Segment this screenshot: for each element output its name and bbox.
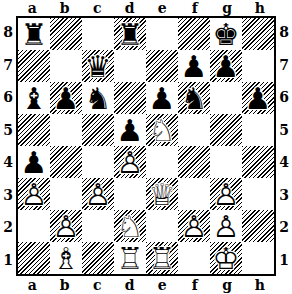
piece-black-pawn: ♟♟ (114, 114, 146, 146)
square-e5[interactable]: ♞♘ (146, 114, 178, 146)
piece-glyph: ♙ (178, 210, 210, 242)
square-f8[interactable] (178, 18, 210, 50)
piece-glyph: ♗ (50, 242, 82, 274)
piece-white-knight: ♞♘ (146, 114, 178, 146)
rank-label-4: 4 (0, 146, 16, 179)
square-h5[interactable] (242, 114, 274, 146)
square-g6[interactable] (210, 82, 242, 114)
piece-white-pawn: ♟♙ (210, 210, 242, 242)
rank-label-4: 4 (276, 146, 292, 179)
square-b1[interactable]: ♝♗ (50, 242, 82, 274)
piece-glyph: ♙ (210, 178, 242, 210)
piece-white-pawn: ♟♙ (114, 146, 146, 178)
piece-black-knight: ♞♞ (178, 82, 210, 114)
piece-glyph: ♜ (114, 18, 146, 50)
piece-glyph: ♘ (146, 114, 178, 146)
piece-glyph: ♜ (18, 18, 50, 50)
piece-white-king: ♚♔ (210, 242, 242, 274)
piece-glyph: ♟ (50, 82, 82, 114)
square-b3[interactable] (50, 178, 82, 210)
file-label-e: e (146, 0, 179, 16)
square-c6[interactable]: ♞♞ (82, 82, 114, 114)
rank-label-5: 5 (276, 114, 292, 147)
piece-black-king: ♚♚ (210, 18, 242, 50)
piece-white-queen: ♛♕ (146, 178, 178, 210)
square-g3[interactable]: ♟♙ (210, 178, 242, 210)
square-f4[interactable] (178, 146, 210, 178)
piece-glyph: ♔ (210, 242, 242, 274)
piece-glyph: ♖ (114, 242, 146, 274)
file-label-d: d (114, 277, 147, 294)
square-b5[interactable] (50, 114, 82, 146)
square-b6[interactable]: ♟♟ (50, 82, 82, 114)
square-a4[interactable]: ♟♟ (18, 146, 50, 178)
piece-glyph: ♟ (18, 146, 50, 178)
rank-label-8: 8 (276, 16, 292, 49)
piece-glyph: ♙ (114, 146, 146, 178)
file-label-f: f (179, 277, 212, 294)
file-label-e: e (146, 277, 179, 294)
square-e1[interactable]: ♜♖ (146, 242, 178, 274)
square-g5[interactable] (210, 114, 242, 146)
square-f1[interactable] (178, 242, 210, 274)
rank-label-1: 1 (276, 244, 292, 277)
square-c3[interactable]: ♟♙ (82, 178, 114, 210)
square-e8[interactable] (146, 18, 178, 50)
file-label-b: b (49, 0, 82, 16)
piece-white-pawn: ♟♙ (210, 178, 242, 210)
piece-glyph: ♟ (210, 50, 242, 82)
square-g1[interactable]: ♚♔ (210, 242, 242, 274)
piece-glyph: ♙ (18, 178, 50, 210)
square-g4[interactable] (210, 146, 242, 178)
square-d6[interactable] (114, 82, 146, 114)
square-c4[interactable] (82, 146, 114, 178)
square-c8[interactable] (82, 18, 114, 50)
square-a6[interactable]: ♝♝ (18, 82, 50, 114)
file-label-a: a (16, 277, 49, 294)
file-label-b: b (49, 277, 82, 294)
piece-white-bishop: ♝♗ (50, 242, 82, 274)
square-d8[interactable]: ♜♜ (114, 18, 146, 50)
file-label-g: g (211, 0, 244, 16)
rank-label-7: 7 (0, 49, 16, 82)
square-e3[interactable]: ♛♕ (146, 178, 178, 210)
square-h1[interactable] (242, 242, 274, 274)
piece-white-pawn: ♟♙ (82, 178, 114, 210)
piece-glyph: ♟ (178, 50, 210, 82)
piece-glyph: ♙ (210, 210, 242, 242)
square-a5[interactable] (18, 114, 50, 146)
square-g2[interactable]: ♟♙ (210, 210, 242, 242)
rank-label-6: 6 (276, 81, 292, 114)
rank-label-3: 3 (0, 179, 16, 212)
rank-label-6: 6 (0, 81, 16, 114)
piece-black-bishop: ♝♝ (18, 82, 50, 114)
square-d3[interactable] (114, 178, 146, 210)
square-a8[interactable]: ♜♜ (18, 18, 50, 50)
piece-glyph: ♝ (18, 82, 50, 114)
file-label-g: g (211, 277, 244, 294)
square-c5[interactable] (82, 114, 114, 146)
file-label-f: f (179, 0, 212, 16)
file-label-a: a (16, 0, 49, 16)
piece-black-pawn: ♟♟ (178, 50, 210, 82)
square-a3[interactable]: ♟♙ (18, 178, 50, 210)
file-labels-bottom: abcdefgh (16, 277, 276, 294)
square-b8[interactable] (50, 18, 82, 50)
piece-glyph: ♞ (178, 82, 210, 114)
square-f2[interactable]: ♟♙ (178, 210, 210, 242)
square-a1[interactable] (18, 242, 50, 274)
square-e2[interactable] (146, 210, 178, 242)
piece-white-pawn: ♟♙ (18, 178, 50, 210)
square-a7[interactable] (18, 50, 50, 82)
piece-glyph: ♘ (114, 210, 146, 242)
file-label-h: h (244, 277, 277, 294)
square-d1[interactable]: ♜♖ (114, 242, 146, 274)
piece-white-knight: ♞♘ (114, 210, 146, 242)
file-label-h: h (244, 0, 277, 16)
square-d7[interactable] (114, 50, 146, 82)
piece-glyph: ♖ (146, 242, 178, 274)
square-b4[interactable] (50, 146, 82, 178)
piece-glyph: ♟ (242, 82, 274, 114)
square-h8[interactable] (242, 18, 274, 50)
square-h4[interactable] (242, 146, 274, 178)
square-g7[interactable]: ♟♟ (210, 50, 242, 82)
square-f7[interactable]: ♟♟ (178, 50, 210, 82)
square-d4[interactable]: ♟♙ (114, 146, 146, 178)
square-f5[interactable] (178, 114, 210, 146)
square-e7[interactable] (146, 50, 178, 82)
piece-black-pawn: ♟♟ (50, 82, 82, 114)
square-f3[interactable] (178, 178, 210, 210)
piece-black-pawn: ♟♟ (146, 82, 178, 114)
piece-glyph: ♙ (50, 210, 82, 242)
piece-black-queen: ♛♛ (82, 50, 114, 82)
rank-label-2: 2 (276, 211, 292, 244)
square-c7[interactable]: ♛♛ (82, 50, 114, 82)
square-b7[interactable] (50, 50, 82, 82)
piece-white-pawn: ♟♙ (178, 210, 210, 242)
piece-black-pawn: ♟♟ (210, 50, 242, 82)
square-d2[interactable]: ♞♘ (114, 210, 146, 242)
piece-white-rook: ♜♖ (146, 242, 178, 274)
rank-label-3: 3 (276, 179, 292, 212)
piece-black-pawn: ♟♟ (242, 82, 274, 114)
file-label-c: c (81, 277, 114, 294)
rank-label-1: 1 (0, 244, 16, 277)
rank-label-5: 5 (0, 114, 16, 147)
piece-black-rook: ♜♜ (114, 18, 146, 50)
square-h3[interactable] (242, 178, 274, 210)
piece-glyph: ♟ (114, 114, 146, 146)
piece-white-rook: ♜♖ (114, 242, 146, 274)
piece-glyph: ♙ (82, 178, 114, 210)
piece-glyph: ♛ (82, 50, 114, 82)
rank-label-2: 2 (0, 211, 16, 244)
square-h6[interactable]: ♟♟ (242, 82, 274, 114)
square-h7[interactable] (242, 50, 274, 82)
square-d5[interactable]: ♟♟ (114, 114, 146, 146)
chess-board: ♜♜♜♜♚♚♛♛♟♟♟♟♝♝♟♟♞♞♟♟♞♞♟♟♟♟♞♘♟♟♟♙♟♙♟♙♛♕♟♙… (16, 16, 276, 276)
file-label-d: d (114, 0, 147, 16)
piece-black-pawn: ♟♟ (18, 146, 50, 178)
square-e4[interactable] (146, 146, 178, 178)
chess-diagram: abcdefgh 87654321 ♜♜♜♜♚♚♛♛♟♟♟♟♝♝♟♟♞♞♟♟♞♞… (0, 0, 292, 294)
file-labels-top: abcdefgh (16, 0, 276, 16)
square-a2[interactable] (18, 210, 50, 242)
rank-labels-left: 87654321 (0, 16, 16, 276)
piece-white-pawn: ♟♙ (50, 210, 82, 242)
piece-glyph: ♞ (82, 82, 114, 114)
piece-black-knight: ♞♞ (82, 82, 114, 114)
rank-label-8: 8 (0, 16, 16, 49)
file-label-c: c (81, 0, 114, 16)
rank-labels-right: 87654321 (276, 16, 292, 276)
square-b2[interactable]: ♟♙ (50, 210, 82, 242)
square-h2[interactable] (242, 210, 274, 242)
square-c2[interactable] (82, 210, 114, 242)
piece-glyph: ♚ (210, 18, 242, 50)
square-g8[interactable]: ♚♚ (210, 18, 242, 50)
piece-black-rook: ♜♜ (18, 18, 50, 50)
square-c1[interactable] (82, 242, 114, 274)
square-e6[interactable]: ♟♟ (146, 82, 178, 114)
piece-glyph: ♟ (146, 82, 178, 114)
rank-label-7: 7 (276, 49, 292, 82)
piece-glyph: ♕ (146, 178, 178, 210)
square-f6[interactable]: ♞♞ (178, 82, 210, 114)
